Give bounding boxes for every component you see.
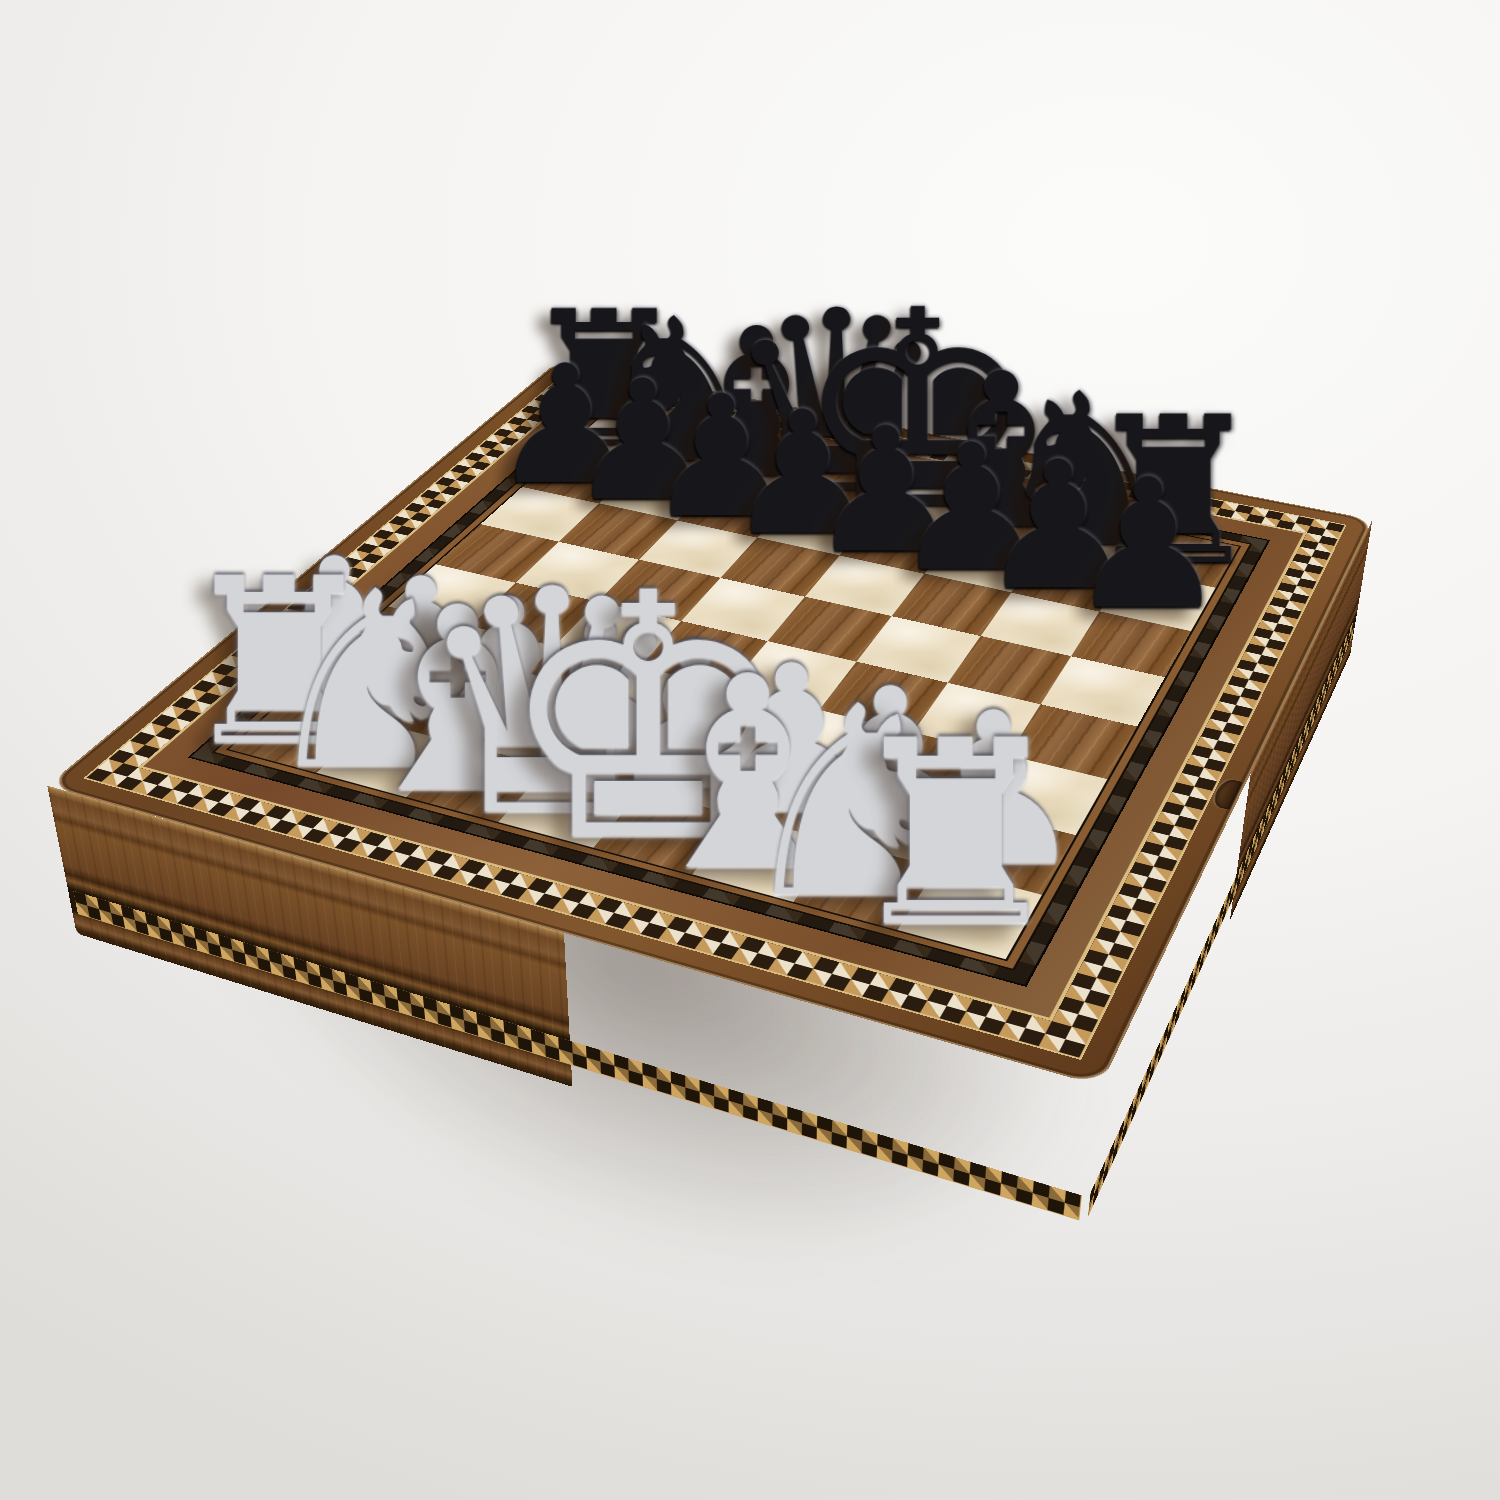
chess-box: ♜♞♝♛♚♝♞♜♟♟♟♟♟♟♟♟♟♟♟♟♟♟♟♟♜♞♝♛♚♝♞♜ [77, 486, 1351, 1245]
black-pawn[interactable]: ♟ [1068, 455, 1228, 634]
photo-backdrop: ♜♞♝♛♚♝♞♜♟♟♟♟♟♟♟♟♟♟♟♟♟♟♟♟♜♞♝♛♚♝♞♜ [0, 0, 1500, 1500]
board-grid: ♜♞♝♛♚♝♞♜♟♟♟♟♟♟♟♟♟♟♟♟♟♟♟♟♜♞♝♛♚♝♞♜ [229, 417, 1239, 959]
scene: ♜♞♝♛♚♝♞♜♟♟♟♟♟♟♟♟♟♟♟♟♟♟♟♟♜♞♝♛♚♝♞♜ [0, 0, 1500, 1500]
white-rook[interactable]: ♜ [842, 707, 1071, 962]
square-h7[interactable]: ♟ [1100, 569, 1216, 631]
square-h1[interactable]: ♜ [898, 868, 1042, 959]
